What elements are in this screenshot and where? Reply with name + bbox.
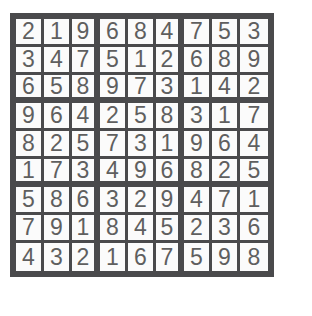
cell-r9c9[interactable]: 8 bbox=[240, 243, 268, 271]
cell-r7c9[interactable]: 1 bbox=[240, 187, 268, 215]
cell-r1c4[interactable]: 6 bbox=[100, 19, 128, 47]
sudoku-page: 2196847533475126896589731429642583178257… bbox=[0, 0, 312, 277]
cell-r8c4[interactable]: 8 bbox=[100, 215, 128, 243]
cell-r4c3[interactable]: 4 bbox=[72, 103, 100, 131]
cell-r2c2[interactable]: 4 bbox=[44, 47, 72, 75]
cell-r3c9[interactable]: 2 bbox=[240, 75, 268, 103]
cell-r2c4[interactable]: 5 bbox=[100, 47, 128, 75]
cell-r9c2[interactable]: 3 bbox=[44, 243, 72, 271]
cell-r1c5[interactable]: 8 bbox=[128, 19, 156, 47]
cell-r4c5[interactable]: 5 bbox=[128, 103, 156, 131]
cell-r1c1[interactable]: 2 bbox=[16, 19, 44, 47]
cell-r5c4[interactable]: 7 bbox=[100, 131, 128, 159]
cell-r7c4[interactable]: 3 bbox=[100, 187, 128, 215]
cell-r9c4[interactable]: 1 bbox=[100, 243, 128, 271]
cell-r7c7[interactable]: 4 bbox=[184, 187, 212, 215]
cell-r4c4[interactable]: 2 bbox=[100, 103, 128, 131]
cell-r6c8[interactable]: 2 bbox=[212, 159, 240, 187]
cell-r4c6[interactable]: 8 bbox=[156, 103, 184, 131]
cell-r1c6[interactable]: 4 bbox=[156, 19, 184, 47]
cell-r8c7[interactable]: 2 bbox=[184, 215, 212, 243]
cell-r4c1[interactable]: 9 bbox=[16, 103, 44, 131]
cell-r5c2[interactable]: 2 bbox=[44, 131, 72, 159]
cell-r5c9[interactable]: 4 bbox=[240, 131, 268, 159]
cell-r4c7[interactable]: 3 bbox=[184, 103, 212, 131]
cell-r6c2[interactable]: 7 bbox=[44, 159, 72, 187]
cell-r3c6[interactable]: 3 bbox=[156, 75, 184, 103]
cell-r1c3[interactable]: 9 bbox=[72, 19, 100, 47]
cell-r3c8[interactable]: 4 bbox=[212, 75, 240, 103]
sudoku-board: 2196847533475126896589731429642583178257… bbox=[10, 13, 274, 277]
cell-r1c8[interactable]: 5 bbox=[212, 19, 240, 47]
cell-r4c8[interactable]: 1 bbox=[212, 103, 240, 131]
cell-r8c1[interactable]: 7 bbox=[16, 215, 44, 243]
cell-r5c8[interactable]: 6 bbox=[212, 131, 240, 159]
cell-r6c5[interactable]: 9 bbox=[128, 159, 156, 187]
cell-r2c7[interactable]: 6 bbox=[184, 47, 212, 75]
cell-r5c7[interactable]: 9 bbox=[184, 131, 212, 159]
cell-r4c2[interactable]: 6 bbox=[44, 103, 72, 131]
cell-r1c7[interactable]: 7 bbox=[184, 19, 212, 47]
cell-r2c9[interactable]: 9 bbox=[240, 47, 268, 75]
cell-r3c5[interactable]: 7 bbox=[128, 75, 156, 103]
cell-r7c8[interactable]: 7 bbox=[212, 187, 240, 215]
cell-r6c3[interactable]: 3 bbox=[72, 159, 100, 187]
cell-r6c9[interactable]: 5 bbox=[240, 159, 268, 187]
cell-r8c9[interactable]: 6 bbox=[240, 215, 268, 243]
cell-r9c7[interactable]: 5 bbox=[184, 243, 212, 271]
cell-r9c8[interactable]: 9 bbox=[212, 243, 240, 271]
cell-r8c3[interactable]: 1 bbox=[72, 215, 100, 243]
cell-r6c1[interactable]: 1 bbox=[16, 159, 44, 187]
cell-r5c5[interactable]: 3 bbox=[128, 131, 156, 159]
cell-r9c6[interactable]: 7 bbox=[156, 243, 184, 271]
cell-r9c5[interactable]: 6 bbox=[128, 243, 156, 271]
cell-r5c3[interactable]: 5 bbox=[72, 131, 100, 159]
cell-r4c9[interactable]: 7 bbox=[240, 103, 268, 131]
cell-r3c7[interactable]: 1 bbox=[184, 75, 212, 103]
cell-r5c6[interactable]: 1 bbox=[156, 131, 184, 159]
cell-r1c2[interactable]: 1 bbox=[44, 19, 72, 47]
cell-r6c6[interactable]: 6 bbox=[156, 159, 184, 187]
cell-r2c3[interactable]: 7 bbox=[72, 47, 100, 75]
cell-r8c5[interactable]: 4 bbox=[128, 215, 156, 243]
cell-r2c8[interactable]: 8 bbox=[212, 47, 240, 75]
cell-r7c3[interactable]: 6 bbox=[72, 187, 100, 215]
cell-r1c9[interactable]: 3 bbox=[240, 19, 268, 47]
cell-r6c4[interactable]: 4 bbox=[100, 159, 128, 187]
cell-r2c6[interactable]: 2 bbox=[156, 47, 184, 75]
cell-r9c1[interactable]: 4 bbox=[16, 243, 44, 271]
cell-r3c1[interactable]: 6 bbox=[16, 75, 44, 103]
cell-r7c6[interactable]: 9 bbox=[156, 187, 184, 215]
cell-r8c6[interactable]: 5 bbox=[156, 215, 184, 243]
cell-r7c2[interactable]: 8 bbox=[44, 187, 72, 215]
cell-r3c4[interactable]: 9 bbox=[100, 75, 128, 103]
cell-r2c5[interactable]: 1 bbox=[128, 47, 156, 75]
cell-r8c8[interactable]: 3 bbox=[212, 215, 240, 243]
cell-r7c1[interactable]: 5 bbox=[16, 187, 44, 215]
cell-r8c2[interactable]: 9 bbox=[44, 215, 72, 243]
cell-r7c5[interactable]: 2 bbox=[128, 187, 156, 215]
cell-r6c7[interactable]: 8 bbox=[184, 159, 212, 187]
cell-r9c3[interactable]: 2 bbox=[72, 243, 100, 271]
cell-r2c1[interactable]: 3 bbox=[16, 47, 44, 75]
cell-r3c2[interactable]: 5 bbox=[44, 75, 72, 103]
cell-r5c1[interactable]: 8 bbox=[16, 131, 44, 159]
cell-r3c3[interactable]: 8 bbox=[72, 75, 100, 103]
